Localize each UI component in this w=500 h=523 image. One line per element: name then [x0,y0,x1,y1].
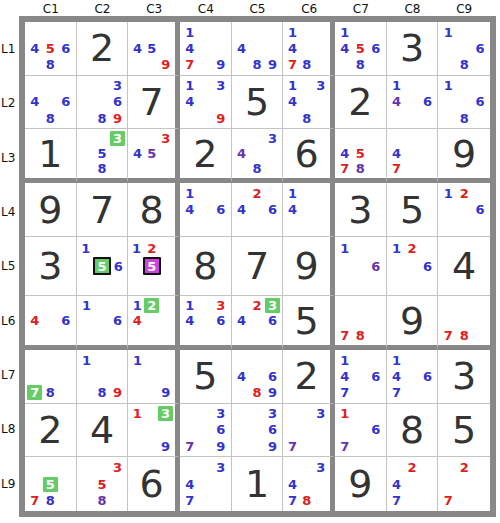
cell-r5c1[interactable]: 3 [25,237,77,296]
candidate-slot-6 [213,476,229,493]
candidate-slot-1: 1 [79,239,93,257]
candidate-slot-4: 4 [389,94,405,110]
candidate-5: 5 [46,42,55,55]
candidate-slot-2 [353,239,369,257]
candidate-slot-6 [58,476,74,493]
candidate-9: 9 [216,58,225,71]
candidate-slot-3 [314,185,328,201]
candidate-slot-1 [27,78,43,94]
candidate-slot-6: 6 [110,94,126,110]
candidate-slot-5 [198,94,214,110]
candidate-slot-5: 5 [143,257,161,275]
cell-r3c8[interactable]: 47 [387,129,439,183]
cell-r1c4[interactable]: 1479 [180,22,232,76]
cell-r6c3[interactable]: 124 [128,296,180,350]
cell-r3c5[interactable]: 348 [232,129,284,183]
candidate-9: 9 [161,58,170,71]
big-digit: 5 [180,350,231,403]
candidate-slot-3 [472,459,488,476]
cell-r5c2[interactable]: 156 [77,237,129,296]
cell-r5c9[interactable]: 4 [438,237,490,296]
candidate-7: 7 [392,162,401,175]
cell-r7c9[interactable]: 3 [438,350,490,404]
candidate-slot-8: 8 [353,56,369,72]
cell-r9c2[interactable]: 358 [77,457,129,511]
candidate-slot-6 [213,94,229,110]
candidate-slot-9: 9 [213,110,229,126]
cell-r8c9[interactable]: 5 [438,404,490,458]
candidate-slot-8: 8 [94,110,110,126]
cell-r9c7[interactable]: 9 [335,457,387,511]
candidate-2: 2 [407,461,416,474]
candidate-grid: 459 [128,22,175,75]
cell-r6c1[interactable]: 46 [25,296,77,350]
candidate-8: 8 [46,386,55,399]
big-digit: 5 [387,183,438,236]
candidate-slot-1: 1 [79,298,95,313]
candidate-slot-8 [143,275,161,293]
candidate-6: 6 [423,95,432,108]
candidate-slot-2 [404,131,420,146]
candidate-8: 8 [356,329,365,342]
candidate-slot-6 [158,422,173,438]
cell-r9c9[interactable]: 27 [438,457,490,511]
candidate-1: 1 [444,79,453,92]
cell-r6c8[interactable]: 9 [387,296,439,350]
candidate-8: 8 [97,386,106,399]
candidate-slot-5 [300,202,314,218]
cell-r9c6[interactable]: 3478 [283,457,335,511]
cell-r9c1[interactable]: 578 [25,457,77,511]
cell-r2c3[interactable]: 7 [128,76,180,130]
candidate-slot-1 [27,459,43,476]
cell-r6c5[interactable]: 2346 [232,296,284,350]
header-corner [0,0,19,16]
candidate-7: 7 [340,329,349,342]
candidate-slot-8 [145,384,159,400]
cell-r4c2[interactable]: 7 [77,183,129,237]
cell-r5c4[interactable]: 8 [180,237,232,296]
candidate-slot-3 [213,185,229,201]
candidate-slot-8: 8 [300,56,314,72]
cell-r4c3[interactable]: 8 [128,183,180,237]
candidate-slot-7 [27,110,43,126]
candidate-slot-3: 3 [265,406,281,422]
candidate-slot-8 [353,438,369,454]
candidate-slot-6 [314,476,328,493]
cell-r9c4[interactable]: 347 [180,457,232,511]
candidate-slot-5 [198,202,214,218]
cell-r2c2[interactable]: 3689 [77,76,129,130]
row-labels: L1L2L3L4L5L6L7L8L9 [0,22,19,511]
row-label-L7: L7 [0,348,19,402]
candidate-7: 7 [185,440,194,453]
candidate-slot-3: 3 [314,459,328,476]
candidate-slot-3 [213,24,229,40]
cell-r1c6[interactable]: 1478 [283,22,335,76]
big-digit: 3 [387,22,438,75]
candidate-slot-9 [58,56,74,72]
candidate-slot-2: 2 [143,239,161,257]
candidate-5: 5 [93,257,111,275]
candidate-slot-1 [27,298,43,313]
cell-r7c4[interactable]: 5 [180,350,232,404]
cell-r5c7[interactable]: 16 [335,237,387,296]
candidate-8: 8 [46,112,55,125]
candidate-slot-1 [440,459,456,476]
candidate-slot-3 [111,239,125,257]
candidate-3: 3 [161,132,170,145]
candidate-slot-2: 2 [144,298,159,313]
candidate-1: 1 [132,242,141,255]
big-digit: 6 [283,129,330,178]
candidate-4: 4 [237,314,246,327]
candidate-slot-2: 2 [456,459,472,476]
candidate-slot-8: 8 [353,161,369,176]
cell-r3c3[interactable]: 345 [128,129,180,183]
candidate-slot-8: 8 [456,56,472,72]
candidate-slot-7: 7 [440,492,456,509]
candidate-7: 7 [340,440,349,453]
candidate-slot-1: 1 [440,78,456,94]
candidate-1: 1 [185,26,194,39]
candidate-3: 3 [113,79,122,92]
candidate-9: 9 [268,386,277,399]
candidate-slot-4: 4 [337,146,353,161]
row-label-L8: L8 [0,402,19,456]
candidate-slot-1 [285,406,299,422]
row-label-L9: L9 [0,457,19,511]
cell-r8c4[interactable]: 3679 [180,404,232,458]
candidate-8: 8 [356,162,365,175]
candidate-slot-7: 7 [285,492,299,509]
cell-r5c8[interactable]: 126 [387,237,439,296]
candidate-slot-6 [159,146,173,161]
cell-r9c8[interactable]: 247 [387,457,439,511]
row-label-L1: L1 [0,22,19,76]
cell-r2c6[interactable]: 1348 [283,76,335,130]
cell-r1c8[interactable]: 3 [387,22,439,76]
candidate-4: 4 [237,203,246,216]
cell-r3c2[interactable]: 358 [77,129,129,183]
candidate-slot-8 [198,56,214,72]
cell-r6c4[interactable]: 1346 [180,296,232,350]
candidate-slot-4: 4 [234,202,250,218]
cell-r9c3[interactable]: 6 [128,457,180,511]
cell-r8c6[interactable]: 37 [283,404,335,458]
candidate-slot-9 [265,328,281,343]
candidate-slot-2 [249,24,265,40]
cell-r1c2[interactable]: 2 [77,22,129,76]
row-label-L6: L6 [0,294,19,348]
candidate-slot-1: 1 [182,298,198,313]
candidate-7: 7 [185,58,194,71]
candidate-slot-1 [182,459,198,476]
candidate-grid: 345 [128,129,175,178]
candidate-slot-7: 7 [27,384,43,400]
candidate-slot-1 [234,24,250,40]
candidate-slot-7 [285,218,299,234]
candidate-6: 6 [113,314,122,327]
cell-r7c2[interactable]: 189 [77,350,129,404]
candidate-slot-4 [130,422,144,438]
candidate-slot-6 [159,40,173,56]
cell-r6c9[interactable]: 78 [438,296,490,350]
candidate-slot-3 [420,131,436,146]
candidate-slot-8: 8 [43,110,59,126]
candidate-4: 4 [133,147,142,160]
cell-r4c1[interactable]: 9 [25,183,77,237]
candidate-6: 6 [216,423,225,436]
cell-r2c8[interactable]: 146 [387,76,439,130]
cell-r8c5[interactable]: 369 [232,404,284,458]
candidate-slot-2 [353,406,369,422]
candidate-grid: 14 [283,183,330,236]
candidate-3: 3 [316,79,325,92]
cell-r7c5[interactable]: 4689 [232,350,284,404]
candidate-8: 8 [356,58,365,71]
candidate-1: 1 [82,354,91,367]
candidate-3: 3 [110,131,125,146]
candidate-slot-4: 4 [27,94,43,110]
candidate-slot-7: 7 [389,384,405,400]
candidate-slot-3: 3 [265,131,281,146]
candidate-slot-5 [249,368,265,384]
candidate-slot-9 [159,161,173,176]
candidate-3: 3 [216,79,225,92]
candidate-3: 3 [113,461,122,474]
candidate-4: 4 [288,478,297,491]
candidate-grid: 3689 [77,76,128,129]
candidate-slot-1 [79,78,95,94]
candidate-slot-3 [265,185,281,201]
cell-r8c2[interactable]: 4 [77,404,129,458]
cell-r4c9[interactable]: 126 [438,183,490,237]
cell-r3c9[interactable]: 9 [438,129,490,183]
candidate-slot-6: 6 [265,422,281,438]
candidate-slot-8 [249,328,265,343]
candidate-slot-5 [43,368,59,384]
candidate-slot-2 [94,459,110,476]
col-label-C7: C7 [335,0,387,16]
candidate-slot-9 [368,438,384,454]
big-digit: 1 [25,129,76,178]
cell-r8c7[interactable]: 167 [335,404,387,458]
candidate-slot-7: 7 [182,56,198,72]
candidate-5: 5 [356,147,365,160]
candidate-slot-5 [456,40,472,56]
candidate-slot-4 [285,422,299,438]
cell-r3c7[interactable]: 4578 [335,129,387,183]
candidate-grid: 168 [438,76,490,129]
candidate-slot-3 [161,239,173,257]
candidate-slot-3 [265,24,281,40]
cell-r2c4[interactable]: 1349 [180,76,232,130]
big-digit: 7 [232,237,283,295]
candidate-slot-7: 7 [440,328,456,343]
candidate-slot-5: 5 [94,146,110,161]
candidate-4: 4 [237,370,246,383]
candidate-slot-5 [145,368,159,384]
candidate-slot-8 [353,275,369,293]
cell-r1c3[interactable]: 459 [128,22,180,76]
candidate-slot-2 [300,406,314,422]
big-digit: 8 [128,183,175,236]
cell-r8c3[interactable]: 139 [128,404,180,458]
candidate-grid: 369 [232,404,283,457]
cell-r9c5[interactable]: 1 [232,457,284,511]
cell-r5c3[interactable]: 125 [128,237,180,296]
candidate-4: 4 [185,95,194,108]
candidate-1: 1 [288,79,297,92]
candidate-slot-9 [472,110,488,126]
candidate-3: 3 [216,299,225,312]
candidate-slot-9 [368,56,384,72]
cell-r7c8[interactable]: 1467 [387,350,439,404]
candidate-grid: 139 [128,404,175,457]
big-digit: 2 [335,76,386,129]
candidate-grid: 1346 [180,296,231,345]
candidate-slot-7 [79,110,95,126]
cell-r8c1[interactable]: 2 [25,404,77,458]
cell-r4c5[interactable]: 246 [232,183,284,237]
cell-r3c6[interactable]: 6 [283,129,335,183]
candidate-slot-9 [111,275,125,293]
candidate-slot-6 [420,146,436,161]
cell-r4c7[interactable]: 3 [335,183,387,237]
candidate-slot-4 [440,313,456,328]
candidate-slot-7 [130,161,144,176]
big-digit: 2 [180,129,231,178]
candidate-slot-4: 4 [389,146,405,161]
candidate-2: 2 [460,461,469,474]
big-digit: 2 [77,22,128,75]
candidate-slot-6 [110,146,126,161]
candidate-grid: 156 [77,237,128,295]
candidate-4: 4 [185,42,194,55]
candidate-slot-2 [145,24,159,40]
candidate-slot-7: 7 [182,438,198,454]
candidate-3: 3 [316,461,325,474]
cell-r6c7[interactable]: 78 [335,296,387,350]
candidate-slot-1 [130,131,144,146]
cell-r3c4[interactable]: 2 [180,129,232,183]
candidate-slot-7: 7 [337,328,353,343]
candidate-grid: 1349 [180,76,231,129]
row-label-L4: L4 [0,185,19,239]
candidate-slot-4: 4 [389,476,405,493]
cell-r1c7[interactable]: 14568 [335,22,387,76]
candidate-slot-6: 6 [265,202,281,218]
candidate-slot-2 [43,352,59,368]
candidate-slot-7 [234,384,250,400]
candidate-9: 9 [113,386,122,399]
candidate-7: 7 [340,162,349,175]
cell-r5c5[interactable]: 7 [232,237,284,296]
candidate-slot-3: 3 [213,406,229,422]
cell-r7c6[interactable]: 2 [283,350,335,404]
cell-r4c4[interactable]: 146 [180,183,232,237]
cell-r8c8[interactable]: 8 [387,404,439,458]
candidate-9: 9 [161,386,170,399]
cell-r7c1[interactable]: 78 [25,350,77,404]
candidate-slot-5 [198,40,214,56]
candidate-slot-4: 4 [234,146,250,161]
candidate-slot-9 [159,328,173,343]
cell-r5c6[interactable]: 9 [283,237,335,296]
candidate-slot-4: 4 [285,40,299,56]
candidate-slot-4: 4 [130,40,144,56]
candidate-slot-4 [79,94,95,110]
candidate-slot-9 [314,438,328,454]
candidate-slot-9 [58,328,74,343]
candidate-slot-2 [43,459,59,476]
candidate-slot-4: 4 [182,313,198,328]
candidate-7: 7 [444,494,453,507]
candidate-slot-2 [198,24,214,40]
candidate-slot-6 [58,368,74,384]
candidate-slot-3: 3 [110,131,126,146]
candidate-slot-4 [337,257,353,275]
big-digit: 3 [25,237,76,295]
row-label-L5: L5 [0,239,19,293]
big-digit: 9 [335,457,386,511]
candidate-slot-4 [130,368,144,384]
candidate-slot-8 [94,328,110,343]
cell-r4c6[interactable]: 14 [283,183,335,237]
candidate-slot-9 [58,110,74,126]
candidate-slot-6 [420,476,436,493]
candidate-4: 4 [30,95,39,108]
candidate-slot-1 [79,459,95,476]
cell-r1c1[interactable]: 4568 [25,22,77,76]
cell-r2c1[interactable]: 468 [25,76,77,130]
candidate-grid: 4578 [335,129,386,178]
cell-r2c7[interactable]: 2 [335,76,387,130]
candidate-slot-1 [440,298,456,313]
candidate-3: 3 [265,298,280,313]
cell-r3c1[interactable]: 1 [25,129,77,183]
candidate-slot-6: 6 [213,313,229,328]
candidate-6: 6 [371,370,380,383]
candidate-1: 1 [185,187,194,200]
candidate-8: 8 [460,112,469,125]
cell-r7c7[interactable]: 1467 [335,350,387,404]
cell-r1c9[interactable]: 168 [438,22,490,76]
candidate-slot-9: 9 [159,384,173,400]
candidate-slot-7 [182,218,198,234]
candidate-grid: 1467 [335,350,386,403]
candidate-6: 6 [423,370,432,383]
candidate-4: 4 [392,95,401,108]
cell-r6c2[interactable]: 16 [77,296,129,350]
cell-r7c3[interactable]: 19 [128,350,180,404]
candidate-slot-8: 8 [456,328,472,343]
cell-r6c6[interactable]: 5 [283,296,335,350]
big-digit: 6 [128,457,175,511]
cell-r2c5[interactable]: 5 [232,76,284,130]
candidate-slot-2 [456,78,472,94]
big-digit: 4 [77,404,128,457]
cell-r1c5[interactable]: 489 [232,22,284,76]
candidate-slot-3 [265,352,281,368]
candidate-1: 1 [82,299,91,312]
cell-r2c9[interactable]: 168 [438,76,490,130]
candidate-1: 1 [392,79,401,92]
cell-r4c8[interactable]: 5 [387,183,439,237]
candidate-slot-6 [314,202,328,218]
candidate-1: 1 [288,26,297,39]
